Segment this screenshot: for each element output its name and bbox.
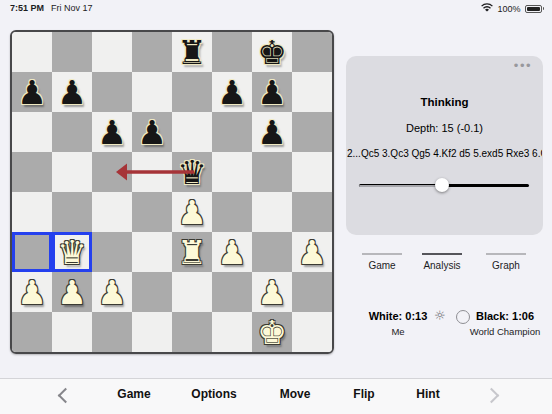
square-c7[interactable] bbox=[92, 72, 132, 112]
square-b7[interactable]: ♟ bbox=[52, 72, 92, 112]
slider-track-filled[interactable] bbox=[359, 185, 437, 187]
black-pawn[interactable]: ♟ bbox=[12, 72, 52, 112]
square-e7[interactable] bbox=[172, 72, 212, 112]
black-rook[interactable]: ♜ bbox=[172, 32, 212, 72]
square-b4[interactable] bbox=[52, 192, 92, 232]
square-g5[interactable] bbox=[252, 152, 292, 192]
square-a8[interactable] bbox=[12, 32, 52, 72]
square-g6[interactable]: ♟ bbox=[252, 112, 292, 152]
wifi-icon bbox=[481, 3, 493, 14]
black-pawn[interactable]: ♟ bbox=[212, 72, 252, 112]
square-d5[interactable] bbox=[132, 152, 172, 192]
square-c8[interactable] bbox=[92, 32, 132, 72]
back-chevron-icon[interactable] bbox=[58, 388, 74, 404]
white-clock-time: White: 0:13 bbox=[356, 310, 440, 322]
bottom-toolbar: Game Options Move Flip Hint bbox=[0, 378, 552, 414]
square-g8[interactable]: ♚ bbox=[252, 32, 292, 72]
square-d4[interactable] bbox=[132, 192, 172, 232]
white-player-name: Me bbox=[356, 326, 440, 337]
square-h2[interactable] bbox=[292, 272, 332, 312]
square-c5[interactable] bbox=[92, 152, 132, 192]
square-g7[interactable]: ♟ bbox=[252, 72, 292, 112]
engine-status: Thinking bbox=[346, 96, 543, 108]
black-pawn[interactable]: ♟ bbox=[132, 112, 172, 152]
black-king[interactable]: ♚ bbox=[252, 32, 292, 72]
square-e3[interactable]: ♜ bbox=[172, 232, 212, 272]
white-rook[interactable]: ♜ bbox=[172, 232, 212, 272]
square-c2[interactable]: ♟ bbox=[92, 272, 132, 312]
square-d6[interactable]: ♟ bbox=[132, 112, 172, 152]
analysis-slider[interactable] bbox=[359, 177, 529, 193]
square-e4[interactable]: ♟ bbox=[172, 192, 212, 232]
ellipsis-menu-icon[interactable]: ••• bbox=[514, 58, 532, 73]
square-h4[interactable] bbox=[292, 192, 332, 232]
white-pawn[interactable]: ♟ bbox=[252, 272, 292, 312]
white-pawn[interactable]: ♟ bbox=[212, 232, 252, 272]
black-player-name: World Champion bbox=[463, 326, 547, 337]
square-h5[interactable] bbox=[292, 152, 332, 192]
move-button[interactable]: Move bbox=[280, 387, 311, 401]
square-c6[interactable]: ♟ bbox=[92, 112, 132, 152]
white-pawn[interactable]: ♟ bbox=[92, 272, 132, 312]
square-a6[interactable] bbox=[12, 112, 52, 152]
white-king[interactable]: ♚ bbox=[252, 312, 292, 352]
white-pawn[interactable]: ♟ bbox=[12, 272, 52, 312]
chess-app-screen: 7:51 PM Fri Nov 17 100% ♜♚♟♟♟♟♟♟♟♛♟♛♜♟♟♟… bbox=[0, 0, 552, 414]
square-d8[interactable] bbox=[132, 32, 172, 72]
black-pawn[interactable]: ♟ bbox=[252, 72, 292, 112]
square-f8[interactable] bbox=[212, 32, 252, 72]
square-h3[interactable]: ♟ bbox=[292, 232, 332, 272]
square-f4[interactable] bbox=[212, 192, 252, 232]
square-h1[interactable] bbox=[292, 312, 332, 352]
hint-button[interactable]: Hint bbox=[416, 387, 439, 401]
white-clock: White: 0:13 Me bbox=[356, 310, 440, 337]
square-d2[interactable] bbox=[132, 272, 172, 312]
status-bar: 7:51 PM Fri Nov 17 100% bbox=[0, 0, 552, 16]
game-button[interactable]: Game bbox=[117, 387, 150, 401]
square-g1[interactable]: ♚ bbox=[252, 312, 292, 352]
square-b1[interactable] bbox=[52, 312, 92, 352]
black-queen[interactable]: ♛ bbox=[172, 152, 212, 192]
white-pawn[interactable]: ♟ bbox=[172, 192, 212, 232]
square-e5[interactable]: ♛ bbox=[172, 152, 212, 192]
square-g4[interactable] bbox=[252, 192, 292, 232]
thinking-spinner-icon: ☼ bbox=[434, 308, 446, 323]
square-b3[interactable]: ♛ bbox=[52, 232, 92, 272]
square-c1[interactable] bbox=[92, 312, 132, 352]
square-h7[interactable] bbox=[292, 72, 332, 112]
square-f3[interactable]: ♟ bbox=[212, 232, 252, 272]
black-pawn[interactable]: ♟ bbox=[252, 112, 292, 152]
tab-analysis[interactable]: Analysis bbox=[422, 253, 462, 271]
square-a7[interactable]: ♟ bbox=[12, 72, 52, 112]
square-a2[interactable]: ♟ bbox=[12, 272, 52, 312]
battery-percent: 100% bbox=[497, 4, 520, 14]
square-f2[interactable] bbox=[212, 272, 252, 312]
tab-game[interactable]: Game bbox=[362, 253, 402, 271]
battery-icon bbox=[525, 5, 545, 13]
analysis-card: ••• Thinking Depth: 15 (-0.1) 2...Qc5 3.… bbox=[346, 56, 543, 235]
square-d7[interactable] bbox=[132, 72, 172, 112]
white-pawn[interactable]: ♟ bbox=[52, 272, 92, 312]
square-c4[interactable] bbox=[92, 192, 132, 232]
engine-line: 2...Qc5 3.Qc3 Qg5 4.Kf2 d5 5.exd5 Rxe3 6… bbox=[347, 148, 542, 159]
square-a4[interactable] bbox=[12, 192, 52, 232]
slider-thumb[interactable] bbox=[435, 178, 449, 192]
black-pawn[interactable]: ♟ bbox=[92, 112, 132, 152]
square-b8[interactable] bbox=[52, 32, 92, 72]
square-b6[interactable] bbox=[52, 112, 92, 152]
square-f5[interactable] bbox=[212, 152, 252, 192]
tab-graph[interactable]: Graph bbox=[486, 253, 526, 271]
square-f7[interactable]: ♟ bbox=[212, 72, 252, 112]
square-d1[interactable] bbox=[132, 312, 172, 352]
square-h6[interactable] bbox=[292, 112, 332, 152]
square-g2[interactable]: ♟ bbox=[252, 272, 292, 312]
clock-time-status: 7:51 PM bbox=[10, 3, 44, 13]
black-pawn[interactable]: ♟ bbox=[52, 72, 92, 112]
square-d3[interactable] bbox=[132, 232, 172, 272]
black-clock-time: Black: 1:06 bbox=[463, 310, 547, 322]
chess-board: ♜♚♟♟♟♟♟♟♟♛♟♛♜♟♟♟♟♟♟♚ bbox=[10, 30, 334, 354]
square-e2[interactable] bbox=[172, 272, 212, 312]
flip-button[interactable]: Flip bbox=[353, 387, 374, 401]
square-a5[interactable] bbox=[12, 152, 52, 192]
status-date: Fri Nov 17 bbox=[51, 3, 93, 13]
square-e8[interactable]: ♜ bbox=[172, 32, 212, 72]
engine-depth: Depth: 15 (-0.1) bbox=[346, 122, 543, 134]
white-pawn[interactable]: ♟ bbox=[292, 232, 332, 272]
square-b2[interactable]: ♟ bbox=[52, 272, 92, 312]
square-b5[interactable] bbox=[52, 152, 92, 192]
square-g3[interactable] bbox=[252, 232, 292, 272]
black-clock: Black: 1:06 World Champion bbox=[463, 310, 547, 337]
square-c3[interactable] bbox=[92, 232, 132, 272]
forward-chevron-icon[interactable] bbox=[484, 388, 500, 404]
square-e1[interactable] bbox=[172, 312, 212, 352]
options-button[interactable]: Options bbox=[191, 387, 236, 401]
white-queen[interactable]: ♛ bbox=[52, 232, 92, 272]
square-f6[interactable] bbox=[212, 112, 252, 152]
square-a3[interactable] bbox=[12, 232, 52, 272]
square-a1[interactable] bbox=[12, 312, 52, 352]
square-h8[interactable] bbox=[292, 32, 332, 72]
square-f1[interactable] bbox=[212, 312, 252, 352]
square-e6[interactable] bbox=[172, 112, 212, 152]
